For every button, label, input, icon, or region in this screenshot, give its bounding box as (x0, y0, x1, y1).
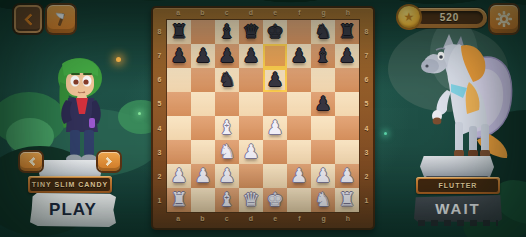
black-pawn-c7: ♟ (218, 46, 235, 65)
black-king-e8: ♚ (266, 22, 283, 41)
white-pawn-a2: ♟ (170, 166, 187, 185)
coordinate-label: 4 (361, 116, 372, 140)
square-h1[interactable]: ♜ (335, 188, 359, 212)
prev-character-button[interactable] (20, 152, 42, 171)
square-g5[interactable]: ♟ (311, 92, 335, 116)
black-knight-c6: ♞ (218, 70, 235, 89)
coordinate-label: 5 (361, 92, 372, 116)
coordinate-label: g (312, 215, 336, 227)
rank-labels-left: 87654321 (154, 19, 165, 213)
coordinate-label: h (336, 9, 360, 18)
white-knight-c3: ♞ (218, 142, 235, 161)
square-f7[interactable]: ♟ (287, 44, 311, 68)
square-c2[interactable]: ♟ (215, 164, 239, 188)
square-h7[interactable]: ♟ (335, 44, 359, 68)
coordinate-label: d (239, 215, 263, 227)
coordinate-label: e (263, 9, 287, 18)
player-name: Tiny Slim Candy (32, 181, 108, 188)
square-g8[interactable]: ♞ (311, 20, 335, 44)
square-d4[interactable] (239, 116, 263, 140)
square-e5[interactable] (263, 92, 287, 116)
square-e4[interactable]: ♟ (263, 116, 287, 140)
square-d6[interactable] (239, 68, 263, 92)
opponent-pedestal (420, 156, 494, 178)
black-pawn-d7: ♟ (242, 46, 259, 65)
coordinate-label: 2 (361, 165, 372, 189)
file-labels-bottom: abcdefgh (166, 215, 360, 227)
square-b7[interactable]: ♟ (191, 44, 215, 68)
square-g3[interactable] (311, 140, 335, 164)
coordinate-label: 6 (154, 68, 165, 92)
wait-label: WAIT (435, 200, 481, 217)
opponent-name-plate: Flutter (416, 177, 500, 194)
square-b1[interactable] (191, 188, 215, 212)
square-g7[interactable]: ♝ (311, 44, 335, 68)
coordinate-label: 7 (154, 43, 165, 67)
coordinate-label: 4 (154, 116, 165, 140)
square-h5[interactable] (335, 92, 359, 116)
back-button[interactable] (14, 5, 42, 33)
square-f8[interactable] (287, 20, 311, 44)
coordinate-label: c (215, 9, 239, 18)
opponent-name: Flutter (439, 182, 478, 189)
square-e8[interactable]: ♚ (263, 20, 287, 44)
coordinate-label: g (312, 9, 336, 18)
white-queen-d1: ♛ (242, 190, 259, 209)
white-rook-h1: ♜ (338, 190, 355, 209)
square-b8[interactable] (191, 20, 215, 44)
square-f5[interactable] (287, 92, 311, 116)
black-pawn-h7: ♟ (338, 46, 355, 65)
square-d7[interactable]: ♟ (239, 44, 263, 68)
coin-icon: ★ (398, 6, 420, 28)
square-c6[interactable]: ♞ (215, 68, 239, 92)
square-h8[interactable]: ♜ (335, 20, 359, 44)
square-g4[interactable] (311, 116, 335, 140)
white-king-e1: ♚ (266, 190, 283, 209)
chevron-left-icon (28, 157, 38, 167)
square-d3[interactable]: ♟ (239, 140, 263, 164)
rank-labels-right: 87654321 (361, 19, 372, 213)
white-rook-a1: ♜ (170, 190, 187, 209)
white-pawn-b2: ♟ (194, 166, 211, 185)
black-knight-g8: ♞ (314, 22, 331, 41)
black-pawn-a7: ♟ (170, 46, 187, 65)
black-pawn-g5: ♟ (314, 94, 331, 113)
square-g6[interactable] (311, 68, 335, 92)
game-screen: 520 ★ abcdefgh abcdef (0, 0, 526, 237)
square-g2[interactable]: ♟ (311, 164, 335, 188)
chevron-left-icon (24, 13, 37, 26)
white-pawn-f2: ♟ (290, 166, 307, 185)
coordinate-label: 6 (361, 68, 372, 92)
coordinate-label: b (190, 215, 214, 227)
white-bishop-c4: ♝ (218, 118, 235, 137)
coordinate-label: f (287, 9, 311, 18)
coordinate-label: 8 (361, 19, 372, 43)
square-e2[interactable] (263, 164, 287, 188)
square-f2[interactable]: ♟ (287, 164, 311, 188)
square-c4[interactable]: ♝ (215, 116, 239, 140)
square-d1[interactable]: ♛ (239, 188, 263, 212)
coordinate-label: 2 (154, 165, 165, 189)
square-f3[interactable] (287, 140, 311, 164)
black-bishop-c8: ♝ (218, 22, 235, 41)
square-a8[interactable]: ♜ (167, 20, 191, 44)
firefly (384, 132, 387, 135)
square-b5[interactable] (191, 92, 215, 116)
wait-plate-teeth (418, 220, 498, 226)
coordinate-label: a (166, 215, 190, 227)
square-b4[interactable] (191, 116, 215, 140)
player-name-plate: Tiny Slim Candy (28, 176, 112, 193)
white-pawn-g2: ♟ (314, 166, 331, 185)
axe-button[interactable] (47, 5, 75, 33)
white-bishop-c1: ♝ (218, 190, 235, 209)
square-e1[interactable]: ♚ (263, 188, 287, 212)
square-g1[interactable]: ♞ (311, 188, 335, 212)
square-c8[interactable]: ♝ (215, 20, 239, 44)
coordinate-label: 8 (154, 19, 165, 43)
square-e7[interactable] (263, 44, 287, 68)
wait-status-plate: WAIT (414, 195, 502, 222)
black-queen-d8: ♛ (242, 22, 259, 41)
square-e6[interactable]: ♟ (263, 68, 287, 92)
white-knight-g1: ♞ (314, 190, 331, 209)
coordinate-label: h (336, 215, 360, 227)
opponent-character-illustration (403, 26, 523, 164)
coin-counter: 520 (416, 11, 483, 24)
play-button[interactable]: PLAY (30, 193, 116, 227)
coordinate-label: 3 (361, 140, 372, 164)
chevron-right-icon (102, 157, 112, 167)
square-c7[interactable]: ♟ (215, 44, 239, 68)
square-a6[interactable] (167, 68, 191, 92)
file-labels-top: abcdefgh (166, 9, 360, 18)
next-character-button[interactable] (98, 152, 120, 171)
square-a1[interactable]: ♜ (167, 188, 191, 212)
square-f1[interactable] (287, 188, 311, 212)
square-a3[interactable] (167, 140, 191, 164)
coin-badge[interactable]: 520 ★ (407, 8, 487, 28)
square-a4[interactable] (167, 116, 191, 140)
square-h2[interactable]: ♟ (335, 164, 359, 188)
player-character-illustration (42, 48, 122, 166)
white-pawn-e4: ♟ (266, 118, 283, 137)
white-pawn-d3: ♟ (242, 142, 259, 161)
axe-icon (52, 10, 70, 28)
white-pawn-h2: ♟ (338, 166, 355, 185)
coordinate-label: 7 (361, 43, 372, 67)
black-bishop-g7: ♝ (314, 46, 331, 65)
black-pawn-b7: ♟ (194, 46, 211, 65)
square-h3[interactable] (335, 140, 359, 164)
coordinate-label: 1 (154, 189, 165, 213)
square-c5[interactable] (215, 92, 239, 116)
coordinate-label: c (215, 215, 239, 227)
black-rook-h8: ♜ (338, 22, 355, 41)
coordinate-label: 5 (154, 92, 165, 116)
square-c3[interactable]: ♞ (215, 140, 239, 164)
square-c1[interactable]: ♝ (215, 188, 239, 212)
square-b2[interactable]: ♟ (191, 164, 215, 188)
square-a2[interactable]: ♟ (167, 164, 191, 188)
square-a7[interactable]: ♟ (167, 44, 191, 68)
black-pawn-e6: ♟ (266, 70, 283, 89)
square-h6[interactable] (335, 68, 359, 92)
white-pawn-c2: ♟ (218, 166, 235, 185)
black-rook-a8: ♜ (170, 22, 187, 41)
square-a5[interactable] (167, 92, 191, 116)
coordinate-label: e (263, 215, 287, 227)
coordinate-label: b (190, 9, 214, 18)
coordinate-label: a (166, 9, 190, 18)
square-d5[interactable] (239, 92, 263, 116)
firefly (138, 112, 141, 115)
chess-board-frame: abcdefgh abcdefgh 87654321 87654321 ♜♝♛♚… (151, 6, 375, 230)
square-f6[interactable] (287, 68, 311, 92)
square-h4[interactable] (335, 116, 359, 140)
square-f4[interactable] (287, 116, 311, 140)
play-label: PLAY (49, 200, 97, 220)
coin-count: 520 (440, 12, 460, 23)
square-b3[interactable] (191, 140, 215, 164)
square-b6[interactable] (191, 68, 215, 92)
chess-board: ♜♝♛♚♞♜♟♟♟♟♟♝♟♞♟♟♝♟♞♟♟♟♟♟♟♟♜♝♛♚♞♜ (166, 19, 360, 213)
coordinate-label: d (239, 9, 263, 18)
coordinate-label: 3 (154, 140, 165, 164)
square-d8[interactable]: ♛ (239, 20, 263, 44)
square-e3[interactable] (263, 140, 287, 164)
coordinate-label: 1 (361, 189, 372, 213)
coordinate-label: f (287, 215, 311, 227)
square-d2[interactable] (239, 164, 263, 188)
black-pawn-f7: ♟ (290, 46, 307, 65)
